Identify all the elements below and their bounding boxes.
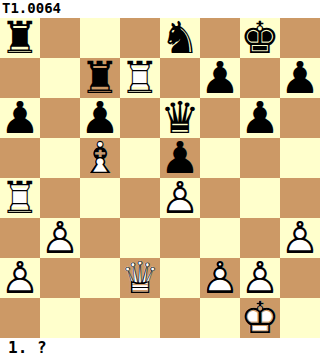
square-h3[interactable]: ♟♙: [280, 218, 320, 258]
square-a2[interactable]: ♟♙: [0, 258, 40, 298]
piece-glyph: ♞: [160, 18, 200, 58]
chess-board: ♜♞♚♜♜♖♟♟♟♟♛♟♝♗♟♜♖♟♙♟♙♟♙♟♙♛♕♟♙♟♙♚♔: [0, 18, 320, 338]
square-c3[interactable]: [80, 218, 120, 258]
square-h7[interactable]: ♟: [280, 58, 320, 98]
square-g1[interactable]: ♚♔: [240, 298, 280, 338]
square-f1[interactable]: [200, 298, 240, 338]
square-c5[interactable]: ♝♗: [80, 138, 120, 178]
piece-black-knight[interactable]: ♞: [160, 18, 200, 58]
square-a8[interactable]: ♜: [0, 18, 40, 58]
piece-glyph: ♟: [0, 98, 40, 138]
square-g4[interactable]: [240, 178, 280, 218]
piece-white-pawn[interactable]: ♟♙: [280, 218, 320, 258]
square-d4[interactable]: [120, 178, 160, 218]
square-a6[interactable]: ♟: [0, 98, 40, 138]
piece-black-king[interactable]: ♚: [240, 18, 280, 58]
piece-glyph: ♚: [240, 18, 280, 58]
piece-white-rook[interactable]: ♜♖: [0, 178, 40, 218]
square-e1[interactable]: [160, 298, 200, 338]
piece-glyph: ♜: [0, 18, 40, 58]
square-g8[interactable]: ♚: [240, 18, 280, 58]
square-d1[interactable]: [120, 298, 160, 338]
piece-white-rook[interactable]: ♜♖: [120, 58, 160, 98]
chess-puzzle-window: T1.0064 ♜♞♚♜♜♖♟♟♟♟♛♟♝♗♟♜♖♟♙♟♙♟♙♟♙♛♕♟♙♟♙♚…: [0, 0, 320, 360]
piece-black-pawn[interactable]: ♟: [240, 98, 280, 138]
piece-white-king[interactable]: ♚♔: [240, 298, 280, 338]
piece-white-bishop[interactable]: ♝♗: [80, 138, 120, 178]
square-h1[interactable]: [280, 298, 320, 338]
piece-glyph: ♗: [80, 138, 120, 178]
piece-glyph: ♙: [160, 178, 200, 218]
piece-white-pawn[interactable]: ♟♙: [200, 258, 240, 298]
square-c1[interactable]: [80, 298, 120, 338]
square-c2[interactable]: [80, 258, 120, 298]
piece-black-pawn[interactable]: ♟: [0, 98, 40, 138]
square-c4[interactable]: [80, 178, 120, 218]
piece-glyph: ♕: [120, 258, 160, 298]
square-d2[interactable]: ♛♕: [120, 258, 160, 298]
square-h5[interactable]: [280, 138, 320, 178]
square-e2[interactable]: [160, 258, 200, 298]
square-b3[interactable]: ♟♙: [40, 218, 80, 258]
piece-glyph: ♟: [280, 58, 320, 98]
square-a1[interactable]: [0, 298, 40, 338]
square-f6[interactable]: [200, 98, 240, 138]
piece-black-rook[interactable]: ♜: [0, 18, 40, 58]
piece-white-queen[interactable]: ♛♕: [120, 258, 160, 298]
square-a4[interactable]: ♜♖: [0, 178, 40, 218]
square-b5[interactable]: [40, 138, 80, 178]
piece-glyph: ♖: [0, 178, 40, 218]
piece-glyph: ♖: [120, 58, 160, 98]
square-e3[interactable]: [160, 218, 200, 258]
square-h2[interactable]: [280, 258, 320, 298]
square-f7[interactable]: ♟: [200, 58, 240, 98]
piece-white-pawn[interactable]: ♟♙: [160, 178, 200, 218]
square-b8[interactable]: [40, 18, 80, 58]
piece-white-pawn[interactable]: ♟♙: [40, 218, 80, 258]
piece-black-pawn[interactable]: ♟: [280, 58, 320, 98]
square-d7[interactable]: ♜♖: [120, 58, 160, 98]
piece-glyph: ♙: [0, 258, 40, 298]
piece-glyph: ♙: [280, 218, 320, 258]
square-h6[interactable]: [280, 98, 320, 138]
square-g5[interactable]: [240, 138, 280, 178]
square-e4[interactable]: ♟♙: [160, 178, 200, 218]
piece-glyph: ♟: [240, 98, 280, 138]
square-e8[interactable]: ♞: [160, 18, 200, 58]
square-b1[interactable]: [40, 298, 80, 338]
square-d6[interactable]: [120, 98, 160, 138]
square-f5[interactable]: [200, 138, 240, 178]
piece-glyph: ♙: [40, 218, 80, 258]
piece-glyph: ♟: [200, 58, 240, 98]
square-g6[interactable]: ♟: [240, 98, 280, 138]
square-d5[interactable]: [120, 138, 160, 178]
square-f4[interactable]: [200, 178, 240, 218]
piece-black-pawn[interactable]: ♟: [200, 58, 240, 98]
square-b6[interactable]: [40, 98, 80, 138]
piece-glyph: ♔: [240, 298, 280, 338]
square-b2[interactable]: [40, 258, 80, 298]
piece-white-pawn[interactable]: ♟♙: [0, 258, 40, 298]
square-f2[interactable]: ♟♙: [200, 258, 240, 298]
square-b7[interactable]: [40, 58, 80, 98]
piece-glyph: ♙: [200, 258, 240, 298]
